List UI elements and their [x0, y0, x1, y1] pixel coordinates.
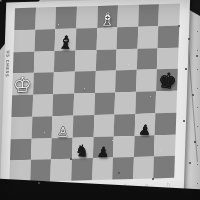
square-d4 [73, 93, 94, 115]
square-f3 [114, 114, 135, 136]
square-d5 [74, 71, 95, 93]
square-d8 [76, 6, 97, 28]
square-a8 [14, 8, 35, 30]
square-g1 [133, 157, 154, 179]
square-f2 [113, 135, 134, 157]
square-c3: ♙ [52, 115, 73, 137]
square-g2 [134, 135, 155, 157]
square-e1 [92, 158, 113, 180]
square-b2 [31, 138, 52, 160]
board-brand-text: US CHESS [5, 50, 11, 77]
square-d1 [71, 158, 92, 180]
piece-white-king-a5: ♔ [13, 74, 32, 96]
square-f1 [112, 157, 133, 179]
square-c4 [53, 94, 74, 116]
piece-black-pawn-e2: ♟ [96, 145, 110, 159]
square-b5 [33, 72, 54, 94]
square-e3 [93, 114, 114, 136]
square-g7 [137, 26, 158, 48]
square-h2 [154, 134, 175, 156]
chess-board: US CHESS ♞ ♗♝♔♚♙♟♞♟ abcdefgh [0, 0, 190, 196]
square-g6 [137, 48, 158, 70]
square-b8 [35, 7, 56, 29]
square-c6 [54, 50, 75, 72]
square-c5 [53, 72, 74, 94]
square-h5: ♚ [156, 69, 177, 91]
square-e8: ♗ [97, 5, 118, 27]
square-g4 [135, 91, 156, 113]
square-e6 [95, 49, 116, 71]
square-a6 [13, 51, 34, 73]
square-c1 [50, 159, 71, 181]
square-b6 [33, 51, 54, 73]
square-h1 [154, 156, 175, 178]
square-a2 [10, 138, 31, 160]
square-a5: ♔ [12, 73, 33, 95]
piece-black-bishop-c7: ♝ [57, 33, 75, 51]
square-e4 [94, 92, 115, 114]
square-b7 [34, 29, 55, 51]
piece-white-bishop-e8: ♗ [99, 10, 116, 28]
square-h7 [158, 25, 179, 47]
square-f4 [115, 92, 136, 114]
square-c7: ♝ [55, 28, 76, 50]
square-d3 [73, 115, 94, 137]
piece-white-pawn-c3: ♙ [56, 124, 69, 138]
square-f5 [115, 70, 136, 92]
square-b3 [31, 116, 52, 138]
square-a7 [14, 29, 35, 51]
piece-black-king-h5: ♚ [156, 70, 179, 94]
square-h8 [159, 4, 180, 26]
square-f7 [117, 27, 138, 49]
square-b1 [30, 159, 51, 181]
square-c8 [56, 6, 77, 28]
square-a4 [11, 95, 32, 117]
square-g3: ♟ [134, 113, 155, 135]
square-d2: ♞ [72, 137, 93, 159]
square-f6 [116, 48, 137, 70]
square-a3 [11, 117, 32, 139]
square-d6 [75, 49, 96, 71]
square-e7 [96, 27, 117, 49]
square-e5 [95, 71, 116, 93]
board-grid: ♗♝♔♚♙♟♞♟ [9, 4, 180, 183]
square-g8 [138, 4, 159, 26]
chessboard-photo: US CHESS ♞ ♗♝♔♚♙♟♞♟ abcdefgh [0, 0, 200, 200]
square-h3 [155, 112, 176, 134]
square-h6 [157, 47, 178, 69]
square-d7 [75, 28, 96, 50]
square-e2: ♟ [92, 136, 113, 158]
square-g5 [136, 70, 157, 92]
square-b4 [32, 94, 53, 116]
square-c2 [51, 137, 72, 159]
piece-black-pawn-g3: ♟ [138, 122, 152, 137]
piece-black-knight-d2: ♞ [74, 143, 90, 160]
square-f8 [117, 5, 138, 27]
